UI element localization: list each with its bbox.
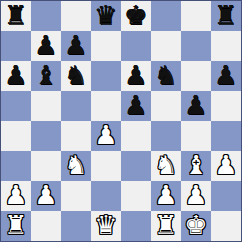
square-a1[interactable]: ♜: [1, 211, 31, 241]
square-h7[interactable]: [211, 31, 241, 61]
piece-white-knight[interactable]: ♞: [154, 152, 177, 178]
square-a3[interactable]: [1, 151, 31, 181]
square-a2[interactable]: ♟: [1, 181, 31, 211]
square-f7[interactable]: [151, 31, 181, 61]
square-b6[interactable]: ♝: [31, 61, 61, 91]
chess-board-container: ♜♛♚♜♟♟♟♝♞♟♞♟♟♟♟♞♞♝♟♟♟♟♟♜♛♜♚: [0, 0, 242, 242]
square-g5[interactable]: ♟: [181, 91, 211, 121]
square-h2[interactable]: [211, 181, 241, 211]
piece-black-bishop[interactable]: ♝: [34, 62, 57, 88]
square-g8[interactable]: [181, 1, 211, 31]
square-h5[interactable]: [211, 91, 241, 121]
piece-black-pawn[interactable]: ♟: [214, 62, 237, 88]
square-a4[interactable]: [1, 121, 31, 151]
square-e1[interactable]: [121, 211, 151, 241]
square-d8[interactable]: ♛: [91, 1, 121, 31]
piece-white-pawn[interactable]: ♟: [94, 122, 117, 148]
square-a7[interactable]: [1, 31, 31, 61]
square-b5[interactable]: [31, 91, 61, 121]
square-f5[interactable]: [151, 91, 181, 121]
square-f1[interactable]: ♜: [151, 211, 181, 241]
piece-white-pawn[interactable]: ♟: [4, 182, 27, 208]
piece-black-king[interactable]: ♚: [124, 2, 147, 28]
square-h3[interactable]: ♟: [211, 151, 241, 181]
square-g3[interactable]: ♝: [181, 151, 211, 181]
square-e3[interactable]: [121, 151, 151, 181]
square-g4[interactable]: [181, 121, 211, 151]
square-b2[interactable]: ♟: [31, 181, 61, 211]
piece-black-queen[interactable]: ♛: [94, 2, 117, 28]
square-h1[interactable]: [211, 211, 241, 241]
square-c2[interactable]: [61, 181, 91, 211]
square-h4[interactable]: [211, 121, 241, 151]
square-c7[interactable]: ♟: [61, 31, 91, 61]
square-e4[interactable]: [121, 121, 151, 151]
square-a8[interactable]: ♜: [1, 1, 31, 31]
piece-black-rook[interactable]: ♜: [4, 2, 27, 28]
square-b4[interactable]: [31, 121, 61, 151]
square-e7[interactable]: [121, 31, 151, 61]
square-b8[interactable]: [31, 1, 61, 31]
square-g7[interactable]: [181, 31, 211, 61]
square-c1[interactable]: [61, 211, 91, 241]
piece-white-rook[interactable]: ♜: [4, 212, 27, 238]
square-h6[interactable]: ♟: [211, 61, 241, 91]
square-d2[interactable]: [91, 181, 121, 211]
piece-black-pawn[interactable]: ♟: [124, 92, 147, 118]
square-d1[interactable]: ♛: [91, 211, 121, 241]
square-f4[interactable]: [151, 121, 181, 151]
square-f8[interactable]: [151, 1, 181, 31]
square-c5[interactable]: [61, 91, 91, 121]
square-e5[interactable]: ♟: [121, 91, 151, 121]
square-d4[interactable]: ♟: [91, 121, 121, 151]
square-b7[interactable]: ♟: [31, 31, 61, 61]
piece-white-bishop[interactable]: ♝: [184, 152, 207, 178]
piece-black-pawn[interactable]: ♟: [4, 62, 27, 88]
square-b1[interactable]: [31, 211, 61, 241]
square-d6[interactable]: [91, 61, 121, 91]
square-d5[interactable]: [91, 91, 121, 121]
piece-white-knight[interactable]: ♞: [64, 152, 87, 178]
piece-white-pawn[interactable]: ♟: [34, 182, 57, 208]
chess-board: ♜♛♚♜♟♟♟♝♞♟♞♟♟♟♟♞♞♝♟♟♟♟♟♜♛♜♚: [0, 0, 242, 242]
piece-white-queen[interactable]: ♛: [94, 212, 117, 238]
square-g1[interactable]: ♚: [181, 211, 211, 241]
square-d7[interactable]: [91, 31, 121, 61]
piece-black-knight[interactable]: ♞: [154, 62, 177, 88]
piece-black-rook[interactable]: ♜: [214, 2, 237, 28]
piece-black-knight[interactable]: ♞: [64, 62, 87, 88]
piece-black-pawn[interactable]: ♟: [34, 32, 57, 58]
piece-white-pawn[interactable]: ♟: [154, 182, 177, 208]
square-g6[interactable]: [181, 61, 211, 91]
square-g2[interactable]: ♟: [181, 181, 211, 211]
square-e2[interactable]: [121, 181, 151, 211]
square-c4[interactable]: [61, 121, 91, 151]
square-h8[interactable]: ♜: [211, 1, 241, 31]
square-c8[interactable]: [61, 1, 91, 31]
piece-white-rook[interactable]: ♜: [154, 212, 177, 238]
square-f2[interactable]: ♟: [151, 181, 181, 211]
square-d3[interactable]: [91, 151, 121, 181]
piece-black-pawn[interactable]: ♟: [124, 62, 147, 88]
square-a5[interactable]: [1, 91, 31, 121]
square-b3[interactable]: [31, 151, 61, 181]
square-e6[interactable]: ♟: [121, 61, 151, 91]
square-a6[interactable]: ♟: [1, 61, 31, 91]
piece-white-pawn[interactable]: ♟: [214, 152, 237, 178]
piece-white-pawn[interactable]: ♟: [184, 182, 207, 208]
square-c3[interactable]: ♞: [61, 151, 91, 181]
piece-black-pawn[interactable]: ♟: [64, 32, 87, 58]
square-f3[interactable]: ♞: [151, 151, 181, 181]
square-c6[interactable]: ♞: [61, 61, 91, 91]
square-f6[interactable]: ♞: [151, 61, 181, 91]
piece-white-king[interactable]: ♚: [184, 212, 207, 238]
piece-black-pawn[interactable]: ♟: [184, 92, 207, 118]
square-e8[interactable]: ♚: [121, 1, 151, 31]
